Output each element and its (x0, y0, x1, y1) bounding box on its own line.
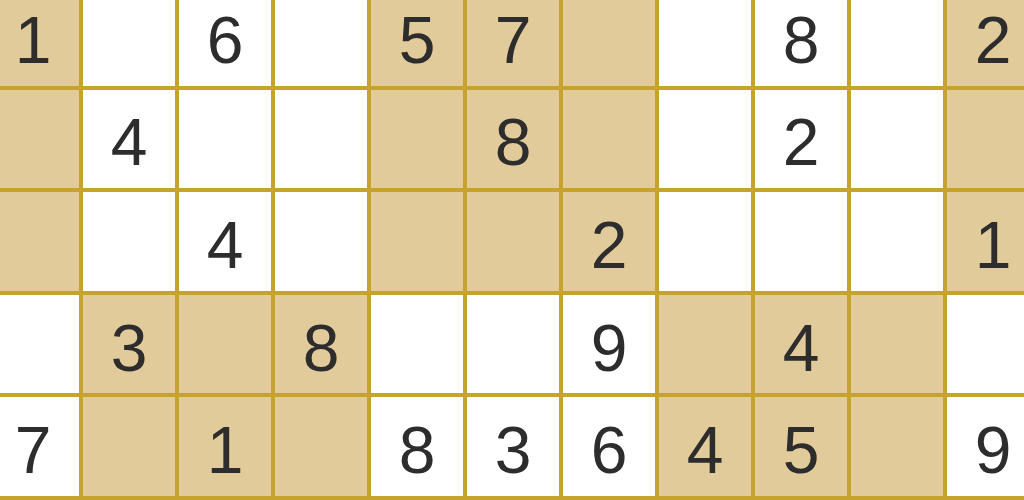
sudoku-cell-r1c7[interactable] (563, 0, 659, 90)
cell-digit: 4 (783, 315, 820, 381)
sudoku-cell-r4c3[interactable] (179, 295, 275, 398)
cell-digit: 9 (591, 315, 628, 381)
cell-digit: 1 (207, 417, 244, 483)
cell-digit: 8 (783, 7, 820, 73)
cell-digit: 2 (591, 212, 628, 278)
sudoku-cell-r5c9[interactable]: 5 (755, 397, 851, 500)
sudoku-cell-r2c10[interactable] (851, 90, 947, 193)
cell-digit: 9 (975, 417, 1012, 483)
sudoku-cell-r3c9[interactable] (755, 192, 851, 295)
cell-digit: 5 (399, 7, 436, 73)
sudoku-cell-r4c4[interactable]: 8 (275, 295, 371, 398)
sudoku-cell-r4c10[interactable] (851, 295, 947, 398)
cell-digit: 6 (591, 417, 628, 483)
sudoku-cell-r3c1[interactable] (0, 192, 83, 295)
sudoku-cell-r5c7[interactable]: 6 (563, 397, 659, 500)
sudoku-cell-r1c6[interactable]: 7 (467, 0, 563, 90)
sudoku-cell-r4c11[interactable] (947, 295, 1024, 398)
cell-digit: 7 (15, 417, 52, 483)
sudoku-cell-r4c6[interactable] (467, 295, 563, 398)
cell-digit: 1 (975, 212, 1012, 278)
sudoku-cell-r2c3[interactable] (179, 90, 275, 193)
sudoku-cell-r4c8[interactable] (659, 295, 755, 398)
sudoku-cell-r3c5[interactable] (371, 192, 467, 295)
sudoku-cell-r1c3[interactable]: 6 (179, 0, 275, 90)
sudoku-cell-r1c1[interactable]: 1 (0, 0, 83, 90)
sudoku-cell-r5c8[interactable]: 4 (659, 397, 755, 500)
sudoku-cell-r2c7[interactable] (563, 90, 659, 193)
sudoku-cell-r3c3[interactable]: 4 (179, 192, 275, 295)
sudoku-cell-r1c10[interactable] (851, 0, 947, 90)
sudoku-cell-r5c2[interactable] (83, 397, 179, 500)
sudoku-cell-r1c4[interactable] (275, 0, 371, 90)
sudoku-cell-r3c6[interactable] (467, 192, 563, 295)
sudoku-cell-r5c5[interactable]: 8 (371, 397, 467, 500)
sudoku-cell-r1c5[interactable]: 5 (371, 0, 467, 90)
sudoku-cell-r3c11[interactable]: 1 (947, 192, 1024, 295)
sudoku-cell-r2c2[interactable]: 4 (83, 90, 179, 193)
sudoku-cell-r2c4[interactable] (275, 90, 371, 193)
sudoku-cell-r3c10[interactable] (851, 192, 947, 295)
sudoku-cell-r4c2[interactable]: 3 (83, 295, 179, 398)
sudoku-cell-r4c1[interactable] (0, 295, 83, 398)
cell-digit: 7 (495, 7, 532, 73)
sudoku-cell-r2c11[interactable] (947, 90, 1024, 193)
sudoku-cell-r5c4[interactable] (275, 397, 371, 500)
sudoku-cell-r5c3[interactable]: 1 (179, 397, 275, 500)
sudoku-cell-r5c6[interactable]: 3 (467, 397, 563, 500)
sudoku-cell-r4c9[interactable]: 4 (755, 295, 851, 398)
sudoku-cell-r1c9[interactable]: 8 (755, 0, 851, 90)
sudoku-cell-r2c6[interactable]: 8 (467, 90, 563, 193)
sudoku-cell-r4c5[interactable] (371, 295, 467, 398)
cell-digit: 4 (687, 417, 724, 483)
cell-digit: 1 (15, 7, 52, 73)
sudoku-cell-r1c11[interactable]: 2 (947, 0, 1024, 90)
sudoku-cell-r5c11[interactable]: 9 (947, 397, 1024, 500)
cell-digit: 8 (399, 417, 436, 483)
sudoku-cell-r3c7[interactable]: 2 (563, 192, 659, 295)
sudoku-cell-r2c9[interactable]: 2 (755, 90, 851, 193)
sudoku-cell-r1c8[interactable] (659, 0, 755, 90)
cell-digit: 2 (783, 109, 820, 175)
sudoku-cell-r5c1[interactable]: 7 (0, 397, 83, 500)
sudoku-board: 165782482421389471836459 (0, 0, 1024, 500)
sudoku-cell-r3c2[interactable] (83, 192, 179, 295)
sudoku-cell-r2c1[interactable] (0, 90, 83, 193)
cell-digit: 3 (495, 417, 532, 483)
sudoku-cell-r5c10[interactable] (851, 397, 947, 500)
sudoku-cell-r2c5[interactable] (371, 90, 467, 193)
sudoku-cell-r4c7[interactable]: 9 (563, 295, 659, 398)
cell-digit: 8 (495, 109, 532, 175)
sudoku-cell-r3c8[interactable] (659, 192, 755, 295)
cell-digit: 2 (975, 7, 1012, 73)
cell-digit: 8 (303, 315, 340, 381)
sudoku-cell-r3c4[interactable] (275, 192, 371, 295)
cell-digit: 4 (111, 109, 148, 175)
sudoku-cell-r1c2[interactable] (83, 0, 179, 90)
cell-digit: 5 (783, 417, 820, 483)
cell-digit: 6 (207, 7, 244, 73)
sudoku-app-viewport: 165782482421389471836459 (0, 0, 1024, 500)
sudoku-cell-r2c8[interactable] (659, 90, 755, 193)
cell-digit: 3 (111, 315, 148, 381)
cell-digit: 4 (207, 212, 244, 278)
